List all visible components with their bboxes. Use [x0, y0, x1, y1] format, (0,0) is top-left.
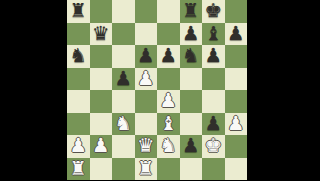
- square-c8[interactable]: [112, 0, 135, 23]
- piece-white-rook: ♜: [70, 158, 87, 180]
- square-a6[interactable]: ♞: [67, 45, 90, 68]
- right-letterbox: [247, 0, 320, 180]
- square-e2[interactable]: ♞: [157, 135, 180, 158]
- piece-white-bishop: ♝: [160, 113, 177, 135]
- piece-black-pawn: ♟: [182, 23, 199, 45]
- square-b8[interactable]: [90, 0, 113, 23]
- square-g7[interactable]: ♝: [202, 23, 225, 46]
- square-f8[interactable]: ♜: [180, 0, 203, 23]
- square-c4[interactable]: [112, 90, 135, 113]
- square-h3[interactable]: ♟: [225, 113, 248, 136]
- piece-black-bishop: ♝: [205, 23, 222, 45]
- piece-black-pawn: ♟: [137, 45, 154, 67]
- square-h1[interactable]: [225, 158, 248, 181]
- square-g3[interactable]: ♟: [202, 113, 225, 136]
- piece-black-rook: ♜: [70, 0, 87, 22]
- square-d4[interactable]: [135, 90, 158, 113]
- piece-white-pawn: ♟: [92, 135, 109, 157]
- piece-white-pawn: ♟: [70, 135, 87, 157]
- square-d5[interactable]: ♟: [135, 68, 158, 91]
- square-c6[interactable]: [112, 45, 135, 68]
- square-e8[interactable]: [157, 0, 180, 23]
- square-d3[interactable]: [135, 113, 158, 136]
- square-h5[interactable]: [225, 68, 248, 91]
- square-g1[interactable]: [202, 158, 225, 181]
- piece-black-knight: ♞: [70, 45, 87, 67]
- square-f6[interactable]: ♞: [180, 45, 203, 68]
- square-b7[interactable]: ♛: [90, 23, 113, 46]
- square-d8[interactable]: [135, 0, 158, 23]
- square-e4[interactable]: ♟: [157, 90, 180, 113]
- square-g6[interactable]: ♟: [202, 45, 225, 68]
- square-f1[interactable]: [180, 158, 203, 181]
- piece-black-pawn: ♟: [115, 68, 132, 90]
- square-a7[interactable]: [67, 23, 90, 46]
- square-c1[interactable]: [112, 158, 135, 181]
- square-f7[interactable]: ♟: [180, 23, 203, 46]
- square-f2[interactable]: ♟: [180, 135, 203, 158]
- square-b5[interactable]: [90, 68, 113, 91]
- square-e6[interactable]: ♟: [157, 45, 180, 68]
- piece-black-queen: ♛: [92, 23, 109, 45]
- piece-black-pawn: ♟: [205, 113, 222, 135]
- piece-black-pawn: ♟: [205, 45, 222, 67]
- piece-white-knight: ♞: [160, 135, 177, 157]
- square-a1[interactable]: ♜: [67, 158, 90, 181]
- square-f5[interactable]: [180, 68, 203, 91]
- square-f4[interactable]: [180, 90, 203, 113]
- square-f3[interactable]: [180, 113, 203, 136]
- piece-white-pawn: ♟: [227, 113, 244, 135]
- piece-white-rook: ♜: [137, 158, 154, 180]
- piece-white-pawn: ♟: [137, 68, 154, 90]
- piece-black-king: ♚: [205, 0, 222, 22]
- square-h7[interactable]: ♟: [225, 23, 248, 46]
- piece-black-rook: ♜: [182, 0, 199, 22]
- piece-black-pawn: ♟: [182, 135, 199, 157]
- piece-black-knight: ♞: [182, 45, 199, 67]
- square-e3[interactable]: ♝: [157, 113, 180, 136]
- square-c2[interactable]: [112, 135, 135, 158]
- square-b1[interactable]: [90, 158, 113, 181]
- square-b3[interactable]: [90, 113, 113, 136]
- square-g5[interactable]: [202, 68, 225, 91]
- square-d2[interactable]: ♛: [135, 135, 158, 158]
- piece-white-king: ♚: [205, 135, 222, 157]
- square-a5[interactable]: [67, 68, 90, 91]
- square-e5[interactable]: [157, 68, 180, 91]
- square-e7[interactable]: [157, 23, 180, 46]
- square-a4[interactable]: [67, 90, 90, 113]
- square-d1[interactable]: ♜: [135, 158, 158, 181]
- square-b4[interactable]: [90, 90, 113, 113]
- left-letterbox: [0, 0, 67, 180]
- square-d6[interactable]: ♟: [135, 45, 158, 68]
- square-h4[interactable]: [225, 90, 248, 113]
- piece-black-pawn: ♟: [160, 45, 177, 67]
- square-g2[interactable]: ♚: [202, 135, 225, 158]
- chess-board: ♜♜♚♛♟♝♟♞♟♟♞♟♟♟♟♞♝♟♟♟♟♛♞♟♚♜♜: [67, 0, 247, 180]
- square-h8[interactable]: [225, 0, 248, 23]
- square-c3[interactable]: ♞: [112, 113, 135, 136]
- square-g4[interactable]: [202, 90, 225, 113]
- square-d7[interactable]: [135, 23, 158, 46]
- piece-black-pawn: ♟: [227, 23, 244, 45]
- piece-white-knight: ♞: [115, 113, 132, 135]
- square-a3[interactable]: [67, 113, 90, 136]
- square-b6[interactable]: [90, 45, 113, 68]
- square-e1[interactable]: [157, 158, 180, 181]
- square-h6[interactable]: [225, 45, 248, 68]
- piece-white-pawn: ♟: [160, 90, 177, 112]
- square-g8[interactable]: ♚: [202, 0, 225, 23]
- piece-white-queen: ♛: [137, 135, 154, 157]
- square-c5[interactable]: ♟: [112, 68, 135, 91]
- square-a8[interactable]: ♜: [67, 0, 90, 23]
- square-b2[interactable]: ♟: [90, 135, 113, 158]
- square-h2[interactable]: [225, 135, 248, 158]
- square-c7[interactable]: [112, 23, 135, 46]
- square-a2[interactable]: ♟: [67, 135, 90, 158]
- screenshot-stage: ♜♜♚♛♟♝♟♞♟♟♞♟♟♟♟♞♝♟♟♟♟♛♞♟♚♜♜: [0, 0, 320, 180]
